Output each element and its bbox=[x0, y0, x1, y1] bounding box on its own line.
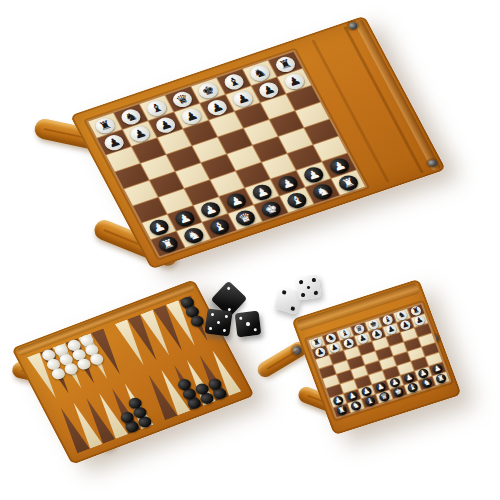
black-rook-piece: ♜ bbox=[155, 234, 180, 254]
product-photo-scene: ♜♞♝♛♚♝♞♜♟♟♟♟♟♟♟♟♟♟♟♟♟♟♟♟♜♞♝♛♚♝♞♜ ♜♞♝♛♚♝♞… bbox=[0, 0, 500, 500]
pip bbox=[239, 316, 243, 320]
pip bbox=[246, 322, 250, 326]
black-die bbox=[235, 311, 262, 338]
pip bbox=[209, 326, 213, 330]
pip bbox=[312, 278, 316, 282]
pip bbox=[224, 315, 228, 319]
black-rook-piece: ♜ bbox=[435, 373, 448, 385]
black-bishop-piece: ♝ bbox=[406, 382, 419, 394]
black-knight-piece: ♞ bbox=[421, 377, 434, 389]
pip bbox=[253, 328, 257, 332]
black-queen-piece: ♛ bbox=[233, 208, 258, 228]
rolled-edge bbox=[354, 19, 442, 171]
pip bbox=[299, 280, 303, 284]
pip-cell bbox=[312, 289, 319, 296]
pip bbox=[301, 293, 305, 297]
pip-cell bbox=[252, 326, 259, 333]
black-queen-piece: ♛ bbox=[378, 391, 391, 403]
white-die bbox=[295, 274, 321, 300]
black-king-piece: ♚ bbox=[259, 199, 284, 219]
pip bbox=[290, 306, 294, 310]
black-bishop-piece: ♝ bbox=[284, 190, 309, 210]
black-bishop-piece: ♝ bbox=[364, 395, 377, 407]
black-die bbox=[204, 308, 232, 336]
mini-chess-board: ♜♞♝♛♚♝♞♜♟♟♟♟♟♟♟♟♟♟♟♟♟♟♟♟♜♞♝♛♚♝♞♜ bbox=[291, 279, 462, 436]
black-bishop-piece: ♝ bbox=[207, 216, 232, 236]
pip bbox=[314, 291, 318, 295]
leather-mat: ♜♞♝♛♚♝♞♜♟♟♟♟♟♟♟♟♟♟♟♟♟♟♟♟♜♞♝♛♚♝♞♜ bbox=[291, 279, 462, 436]
black-rook-piece: ♜ bbox=[336, 173, 361, 193]
chess-grid: ♜♞♝♛♚♝♞♜♟♟♟♟♟♟♟♟♟♟♟♟♟♟♟♟♜♞♝♛♚♝♞♜ bbox=[86, 50, 368, 259]
black-knight-piece: ♞ bbox=[181, 225, 206, 245]
pip bbox=[306, 285, 310, 289]
pip bbox=[216, 320, 220, 324]
flap-seam bbox=[343, 26, 424, 173]
pip-cell bbox=[221, 326, 229, 334]
pip bbox=[222, 328, 226, 332]
black-king-piece: ♚ bbox=[392, 386, 405, 398]
black-knight-piece: ♞ bbox=[310, 181, 335, 201]
pip bbox=[211, 313, 215, 317]
black-knight-piece: ♞ bbox=[350, 400, 363, 412]
black-rook-piece: ♜ bbox=[335, 404, 348, 416]
pip-cell bbox=[289, 304, 297, 312]
